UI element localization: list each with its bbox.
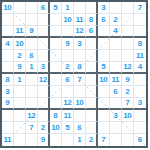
cell-r3c1[interactable] [2,26,14,38]
cell-r11c8[interactable] [86,122,98,134]
cell-r6c9[interactable]: 5 [98,62,110,74]
cell-r1c11[interactable] [122,2,134,14]
cell-r9c10[interactable] [110,98,122,110]
cell-r6c11[interactable]: 12 [122,62,134,74]
cell-r10c12[interactable] [134,110,146,122]
cell-r7c6[interactable]: 6 [62,74,74,86]
cell-r10c2[interactable] [14,110,26,122]
cell-r10c8[interactable] [86,110,98,122]
cell-r8c10[interactable]: 6 [110,86,122,98]
cell-r4c9[interactable] [98,38,110,50]
cell-r3c8[interactable]: 6 [86,26,98,38]
cell-r11c3[interactable]: 7 [26,122,38,134]
cell-r3c3[interactable]: 9 [26,26,38,38]
cell-r8c6[interactable] [62,86,74,98]
cell-r6c4[interactable]: 3 [38,62,50,74]
cell-r7c9[interactable]: 10 [98,74,110,86]
cell-r8c11[interactable]: 2 [122,86,134,98]
cell-r2c12[interactable] [134,14,146,26]
cell-r12c8[interactable]: 2 [86,134,98,146]
cell-r4c3[interactable] [26,38,38,50]
cell-r1c2[interactable] [14,2,26,14]
cell-r1c3[interactable] [26,2,38,14]
cell-r12c11[interactable] [122,134,134,146]
cell-r3c12[interactable] [134,26,146,38]
cell-r9c1[interactable]: 9 [2,98,14,110]
cell-r7c10[interactable]: 11 [110,74,122,86]
cell-r4c4[interactable] [38,38,50,50]
cell-r10c3[interactable]: 12 [26,110,38,122]
cell-r6c1[interactable] [2,62,14,74]
cell-r3c9[interactable] [98,26,110,38]
cell-r1c4[interactable]: 6 [38,2,50,14]
cell-r10c5[interactable]: 8 [50,110,62,122]
cell-r11c9[interactable] [98,122,110,134]
cell-r12c1[interactable]: 11 [2,134,14,146]
cell-r6c12[interactable]: 4 [134,62,146,74]
cell-r7c12[interactable] [134,74,146,86]
cell-r5c3[interactable]: 6 [26,50,38,62]
cell-r7c5[interactable] [50,74,62,86]
cell-r5c10[interactable] [110,50,122,62]
cell-r12c6[interactable] [62,134,74,146]
cell-r3c10[interactable]: 4 [110,26,122,38]
cell-r2c1[interactable] [2,14,14,26]
cell-r3c5[interactable] [50,26,62,38]
cell-r7c2[interactable]: 1 [14,74,26,86]
cell-r4c5[interactable] [50,38,62,50]
cell-r10c1[interactable] [2,110,14,122]
cell-r5c1[interactable] [2,50,14,62]
cell-r9c8[interactable] [86,98,98,110]
cell-r5c7[interactable] [74,50,86,62]
cell-r11c1[interactable] [2,122,14,134]
cell-r11c11[interactable] [122,122,134,134]
cell-r1c12[interactable]: 7 [134,2,146,14]
cell-r9c5[interactable] [50,98,62,110]
cell-r12c4[interactable]: 9 [38,134,50,146]
cell-r5c11[interactable] [122,50,134,62]
cell-r4c6[interactable]: 9 [62,38,74,50]
cell-r9c4[interactable] [38,98,50,110]
cell-r10c11[interactable]: 10 [122,110,134,122]
cell-r10c6[interactable]: 11 [62,110,74,122]
cell-r5c2[interactable]: 2 [14,50,26,62]
cell-r3c2[interactable]: 11 [14,26,26,38]
sudoku-board: 1065137101186211912644109382611913285124… [0,0,148,148]
cell-r5c8[interactable] [86,50,98,62]
cell-r4c10[interactable] [110,38,122,50]
cell-r7c7[interactable]: 7 [74,74,86,86]
cell-r10c4[interactable] [38,110,50,122]
cell-r12c2[interactable] [14,134,26,146]
cell-r2c7[interactable]: 11 [74,14,86,26]
cell-r11c6[interactable]: 5 [62,122,74,134]
cell-r4c8[interactable] [86,38,98,50]
cell-r8c9[interactable] [98,86,110,98]
cell-r4c12[interactable]: 8 [134,38,146,50]
cell-r1c5[interactable]: 5 [50,2,62,14]
cell-r1c8[interactable] [86,2,98,14]
cell-r5c9[interactable] [98,50,110,62]
cell-r10c9[interactable] [98,110,110,122]
cell-r8c7[interactable] [74,86,86,98]
cell-r7c3[interactable] [26,74,38,86]
cell-r9c7[interactable]: 10 [74,98,86,110]
cell-r8c4[interactable] [38,86,50,98]
cell-r9c11[interactable]: 7 [122,98,134,110]
cell-r7c1[interactable]: 8 [2,74,14,86]
cell-r8c12[interactable] [134,86,146,98]
cell-r11c10[interactable] [110,122,122,134]
cell-r8c2[interactable] [14,86,26,98]
cell-r7c11[interactable]: 9 [122,74,134,86]
cell-r11c2[interactable] [14,122,26,134]
cell-r6c8[interactable] [86,62,98,74]
cell-r3c6[interactable] [62,26,74,38]
cell-r11c7[interactable]: 6 [74,122,86,134]
cell-r4c1[interactable]: 4 [2,38,14,50]
cell-r5c6[interactable] [62,50,74,62]
cell-r1c10[interactable] [110,2,122,14]
cell-r6c3[interactable]: 1 [26,62,38,74]
cell-r8c3[interactable] [26,86,38,98]
cell-r8c5[interactable] [50,86,62,98]
cell-r2c5[interactable] [50,14,62,26]
cell-r6c5[interactable] [50,62,62,74]
cell-r1c6[interactable]: 1 [62,2,74,14]
cell-r2c4[interactable] [38,14,50,26]
cell-r10c10[interactable]: 3 [110,110,122,122]
cell-r2c8[interactable]: 8 [86,14,98,26]
cell-r5c4[interactable] [38,50,50,62]
cell-r12c10[interactable] [110,134,122,146]
cell-r12c12[interactable]: 6 [134,134,146,146]
cell-r9c9[interactable] [98,98,110,110]
cell-r12c9[interactable]: 7 [98,134,110,146]
cell-r2c2[interactable] [14,14,26,26]
cell-r12c5[interactable] [50,134,62,146]
cell-r9c6[interactable]: 12 [62,98,74,110]
cell-r3c4[interactable] [38,26,50,38]
cell-r8c8[interactable] [86,86,98,98]
cell-r1c7[interactable] [74,2,86,14]
cell-r12c3[interactable] [26,134,38,146]
cell-r8c1[interactable]: 3 [2,86,14,98]
cell-r3c7[interactable]: 12 [74,26,86,38]
cell-r5c12[interactable]: 11 [134,50,146,62]
cell-r6c10[interactable] [110,62,122,74]
cell-r10c7[interactable] [74,110,86,122]
cell-r9c3[interactable] [26,98,38,110]
cell-r2c3[interactable] [26,14,38,26]
cell-r4c2[interactable]: 10 [14,38,26,50]
cell-r2c10[interactable]: 2 [110,14,122,26]
cell-r2c11[interactable] [122,14,134,26]
cell-r7c4[interactable]: 12 [38,74,50,86]
cell-r11c12[interactable] [134,122,146,134]
cell-r1c9[interactable]: 3 [98,2,110,14]
cell-r4c11[interactable] [122,38,134,50]
cell-r9c2[interactable] [14,98,26,110]
cell-r1c1[interactable]: 10 [2,2,14,14]
cell-r11c4[interactable]: 2 [38,122,50,134]
cell-r4c7[interactable]: 3 [74,38,86,50]
cell-r5c5[interactable] [50,50,62,62]
cell-r6c2[interactable]: 9 [14,62,26,74]
cell-r3c11[interactable] [122,26,134,38]
cell-r11c5[interactable]: 10 [50,122,62,134]
cell-r6c6[interactable]: 2 [62,62,74,74]
cell-r12c7[interactable]: 1 [74,134,86,146]
cell-r9c12[interactable]: 3 [134,98,146,110]
cell-r2c9[interactable]: 6 [98,14,110,26]
cell-r7c8[interactable] [86,74,98,86]
cell-r6c7[interactable]: 8 [74,62,86,74]
cell-r2c6[interactable]: 10 [62,14,74,26]
